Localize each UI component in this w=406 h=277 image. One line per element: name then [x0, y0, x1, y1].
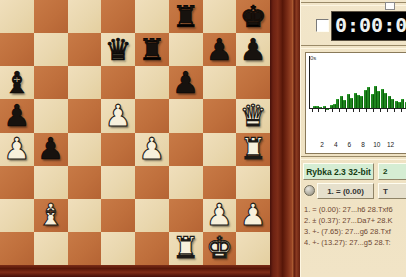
square-b8[interactable]: [34, 0, 68, 33]
engine-name-cell[interactable]: Rybka 2.3 32-bit: [303, 163, 374, 180]
engine-led-button[interactable]: [304, 185, 315, 196]
piece-black-king[interactable]: ♚: [240, 2, 267, 32]
axis-tick: [332, 109, 333, 112]
board-frame-right: [270, 0, 300, 277]
square-e2[interactable]: [135, 199, 169, 232]
axis-tick-label: 2: [320, 141, 324, 148]
square-e6[interactable]: [135, 66, 169, 99]
piece-black-bishop[interactable]: ♝: [3, 68, 30, 98]
piece-white-pawn[interactable]: ♟: [105, 101, 132, 131]
square-b6[interactable]: [34, 66, 68, 99]
piece-black-rook[interactable]: ♜: [172, 2, 199, 32]
depth-cell[interactable]: T: [378, 183, 406, 199]
axis-tick: [353, 109, 354, 112]
square-g2[interactable]: ♟: [203, 199, 237, 232]
square-a2[interactable]: [0, 199, 34, 232]
eval-bar: [326, 109, 329, 110]
graph-y-axis: [309, 56, 310, 109]
axis-tick: [394, 109, 395, 112]
piece-white-pawn[interactable]: ♟: [206, 200, 233, 230]
square-f6[interactable]: ♟: [169, 66, 203, 99]
square-d4[interactable]: [101, 133, 135, 166]
square-c8[interactable]: [68, 0, 102, 33]
square-d7[interactable]: ♛: [101, 33, 135, 66]
square-c7[interactable]: [68, 33, 102, 66]
piece-white-pawn[interactable]: ♟: [240, 200, 267, 230]
square-c6[interactable]: [68, 66, 102, 99]
square-b7[interactable]: [34, 33, 68, 66]
square-f3[interactable]: [169, 166, 203, 199]
square-a1[interactable]: [0, 232, 34, 265]
engine-current-move-cell[interactable]: 2: [378, 163, 406, 180]
piece-white-rook[interactable]: ♜: [172, 233, 199, 263]
axis-tick-label: 12: [387, 141, 394, 148]
square-f4[interactable]: [169, 133, 203, 166]
square-a3[interactable]: [0, 166, 34, 199]
square-c4[interactable]: [68, 133, 102, 166]
board-frame-bottom: [0, 265, 270, 277]
square-e4[interactable]: ♟: [135, 133, 169, 166]
square-e7[interactable]: ♜: [135, 33, 169, 66]
square-h1[interactable]: [236, 232, 270, 265]
clock-display: 0:00:0: [331, 11, 406, 41]
square-h8[interactable]: ♚: [236, 0, 270, 33]
axis-tick: [339, 109, 340, 112]
square-e5[interactable]: [135, 99, 169, 132]
evaluation-graph: 0s 24681012: [305, 52, 406, 154]
axis-tick-label: 10: [373, 141, 380, 148]
piece-black-pawn[interactable]: ♟: [172, 68, 199, 98]
axis-tick: [318, 109, 319, 112]
square-a5[interactable]: ♟: [0, 99, 34, 132]
axis-tick: [346, 109, 347, 112]
axis-tick: [312, 109, 313, 112]
piece-white-pawn[interactable]: ♟: [3, 134, 30, 164]
axis-tick: [373, 109, 374, 112]
square-d3[interactable]: [101, 166, 135, 199]
square-e3[interactable]: [135, 166, 169, 199]
square-a6[interactable]: ♝: [0, 66, 34, 99]
square-h5[interactable]: ♛: [236, 99, 270, 132]
square-g7[interactable]: ♟: [203, 33, 237, 66]
engine-line[interactable]: 2. ± (0.37): 27...Da7+ 28.K: [304, 215, 406, 226]
piece-white-rook[interactable]: ♜: [240, 134, 267, 164]
best-eval-cell[interactable]: 1. = (0.00): [317, 183, 374, 199]
square-g4[interactable]: [203, 133, 237, 166]
square-h4[interactable]: ♜: [236, 133, 270, 166]
square-a7[interactable]: [0, 33, 34, 66]
square-c5[interactable]: [68, 99, 102, 132]
square-b2[interactable]: ♝: [34, 199, 68, 232]
square-d1[interactable]: [101, 232, 135, 265]
piece-black-pawn[interactable]: ♟: [3, 101, 30, 131]
graph-x-axis: [309, 108, 406, 109]
eval-bar: [323, 106, 326, 108]
elapsed-time-label: 0s: [310, 55, 316, 61]
axis-tick: [387, 109, 388, 112]
axis-tick: [366, 109, 367, 112]
axis-tick: [380, 109, 381, 112]
piece-white-queen[interactable]: ♛: [240, 101, 267, 131]
square-h3[interactable]: [236, 166, 270, 199]
square-h2[interactable]: ♟: [236, 199, 270, 232]
square-h7[interactable]: ♟: [236, 33, 270, 66]
square-e1[interactable]: [135, 232, 169, 265]
divider: [301, 156, 406, 160]
square-d5[interactable]: ♟: [101, 99, 135, 132]
axis-tick: [359, 109, 360, 112]
square-g1[interactable]: ♚: [203, 232, 237, 265]
analysis-panel: 0:00:0 0s 24681012 Rybka 2.3 32-bit 2 1.…: [300, 0, 406, 277]
square-h6[interactable]: [236, 66, 270, 99]
axis-tick: [401, 109, 402, 112]
square-f5[interactable]: [169, 99, 203, 132]
square-b5[interactable]: [34, 99, 68, 132]
square-g3[interactable]: [203, 166, 237, 199]
board-zone: ♜♚♛♜♟♟♝♟♟♟♛♟♟♟♜♝♟♟♜♚: [0, 0, 300, 277]
piece-black-rook[interactable]: ♜: [138, 35, 165, 65]
square-f2[interactable]: [169, 199, 203, 232]
chess-board[interactable]: ♜♚♛♜♟♟♝♟♟♟♛♟♟♟♜♝♟♟♜♚: [0, 0, 270, 265]
square-g6[interactable]: [203, 66, 237, 99]
piece-black-pawn[interactable]: ♟: [240, 35, 267, 65]
square-d8[interactable]: [101, 0, 135, 33]
square-f8[interactable]: ♜: [169, 0, 203, 33]
square-b3[interactable]: [34, 166, 68, 199]
axis-tick-label: 4: [334, 141, 338, 148]
piece-white-bishop[interactable]: ♝: [37, 200, 64, 230]
square-b1[interactable]: [34, 232, 68, 265]
axis-tick-label: 8: [361, 141, 365, 148]
square-c1[interactable]: [68, 232, 102, 265]
square-g5[interactable]: [203, 99, 237, 132]
engine-line[interactable]: 1. = (0.00): 27...h6 28.Txf6: [304, 204, 406, 215]
square-a8[interactable]: [0, 0, 34, 33]
square-d2[interactable]: [101, 199, 135, 232]
square-b4[interactable]: ♟: [34, 133, 68, 166]
square-f7[interactable]: [169, 33, 203, 66]
square-c2[interactable]: [68, 199, 102, 232]
axis-tick-label: 6: [348, 141, 352, 148]
square-a4[interactable]: ♟: [0, 133, 34, 166]
piece-white-pawn[interactable]: ♟: [138, 134, 165, 164]
chess-app-window: ♜♚♛♜♟♟♝♟♟♟♛♟♟♟♜♝♟♟♜♚ 0:00:0 0s 24681012 …: [0, 0, 406, 277]
divider: [301, 45, 406, 49]
square-c3[interactable]: [68, 166, 102, 199]
engine-line[interactable]: 3. +- (7.65): 27...g6 28.Txf: [304, 226, 406, 237]
square-d6[interactable]: [101, 66, 135, 99]
engine-line[interactable]: 4. +- (13.27): 27...g5 28.T:: [304, 237, 406, 248]
piece-white-king[interactable]: ♚: [206, 233, 233, 263]
clock-checkbox[interactable]: [316, 19, 329, 32]
window-control-box[interactable]: [385, 2, 395, 10]
axis-tick: [325, 109, 326, 112]
piece-black-queen[interactable]: ♛: [105, 35, 132, 65]
piece-black-pawn[interactable]: ♟: [37, 134, 64, 164]
engine-variation-list: 1. = (0.00): 27...h6 28.Txf62. ± (0.37):…: [304, 204, 406, 248]
square-g8[interactable]: [203, 0, 237, 33]
square-e8[interactable]: [135, 0, 169, 33]
square-f1[interactable]: ♜: [169, 232, 203, 265]
piece-black-pawn[interactable]: ♟: [206, 35, 233, 65]
